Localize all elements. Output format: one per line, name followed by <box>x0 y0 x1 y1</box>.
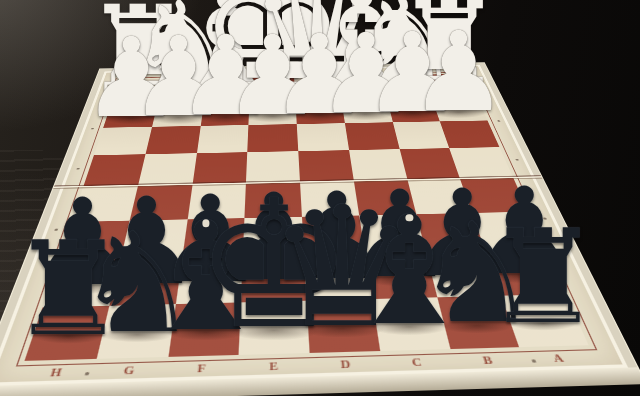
pieces-layer: ♜♞♝♚♛♝♞♜♟♟♟♟♟♟♟♟♟♟♟♟♟♟♟♟♜♞♝♚♛♝♞♜ <box>0 0 640 396</box>
chess-set-photo-scene: H G F E D C B A ♜♞♝♚♛♝♞♜♟♟♟♟♟♟♟♟♟♟♟♟♟♟♟♟… <box>0 0 640 396</box>
bishop-finial-dot <box>406 214 414 222</box>
piece-white-pawn[interactable]: ♟ <box>409 17 508 127</box>
piece-black-rook[interactable]: ♜ <box>485 211 602 341</box>
